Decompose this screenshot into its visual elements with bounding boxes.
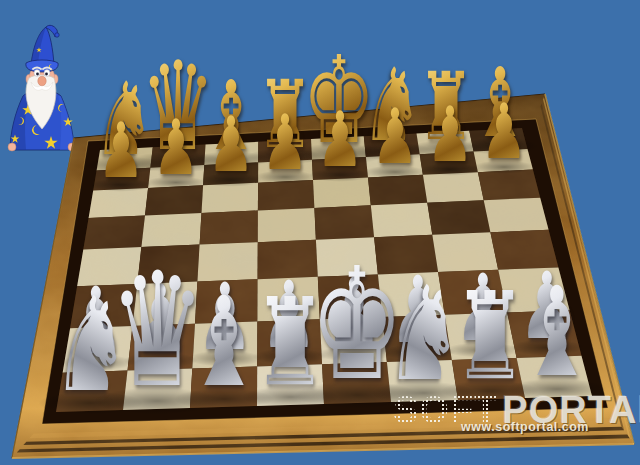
chess-board [0, 0, 640, 465]
screenshot-stage: ♞♛♝♜♚♞♜♝♟♟♟♟♟♟♟♟♟♟♟♟♟♟♟♟♞♛♝♜♚♞♜♝ SOFTPOR… [0, 0, 640, 465]
surface-marble-texture [56, 128, 592, 412]
